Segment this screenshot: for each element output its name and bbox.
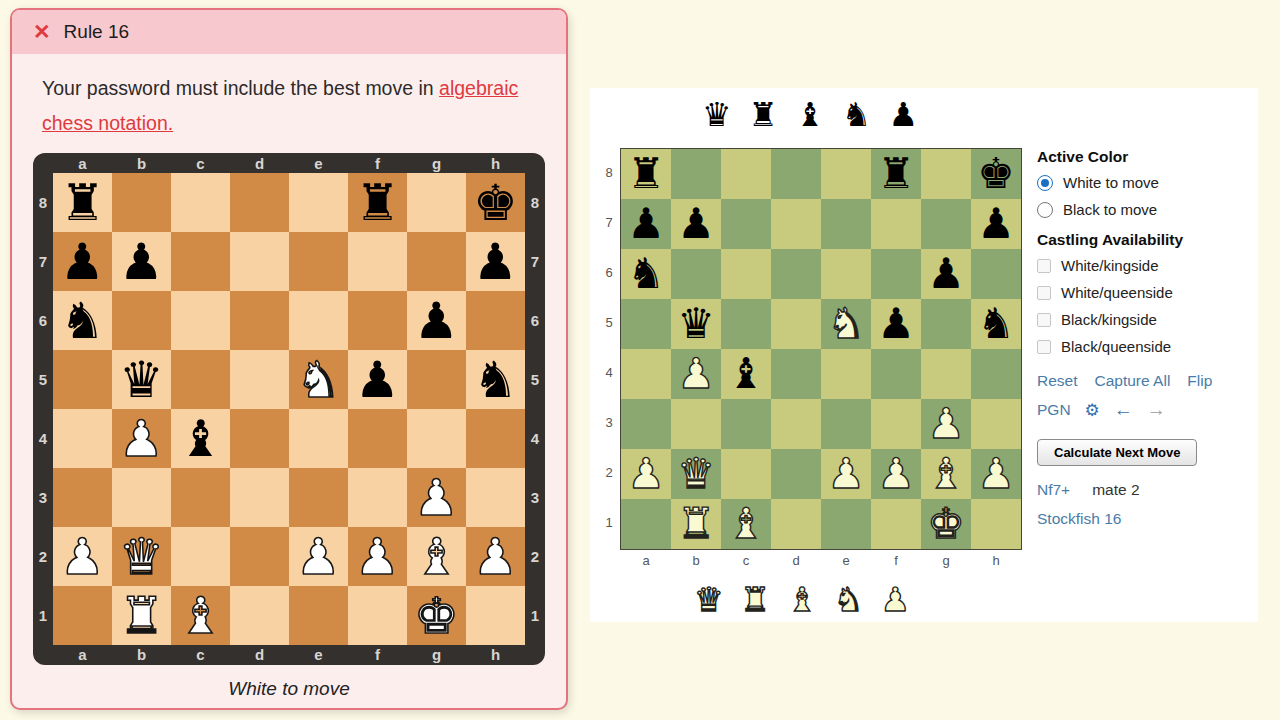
square-d8[interactable] <box>771 149 821 199</box>
square-c3[interactable] <box>721 399 771 449</box>
white-queen: ♛ <box>677 453 715 495</box>
coordinate-label: a <box>53 154 112 173</box>
square-a6: ♞ <box>53 291 112 350</box>
captured-white-tray: ♛♜♝♞♟ <box>694 583 910 616</box>
square-d6[interactable] <box>771 249 821 299</box>
square-d4 <box>230 409 289 468</box>
square-c5 <box>171 350 230 409</box>
square-b6[interactable] <box>671 249 721 299</box>
coordinate-label: 5 <box>602 298 616 348</box>
chess-editor-panel: ♛♜♝♞♟ ♜♜♚♟♟♟♞♟♛♞♟♞♟♝♟♟♛♟♟♝♟♜♝♚ 87654321a… <box>590 88 1258 622</box>
square-h2: ♟ <box>466 527 525 586</box>
black-queen: ♛ <box>119 355 164 405</box>
square-b3[interactable] <box>671 399 721 449</box>
square-f8: ♜ <box>348 173 407 232</box>
white-pawn: ♟ <box>877 453 915 495</box>
coordinate-label: h <box>971 553 1021 568</box>
square-c3 <box>171 468 230 527</box>
square-g4 <box>407 409 466 468</box>
radio-button-selected-icon[interactable] <box>1037 175 1053 191</box>
square-f5: ♟ <box>348 350 407 409</box>
square-b1[interactable]: ♜ <box>671 499 721 549</box>
checkbox-white-kingside[interactable]: White/kingside <box>1037 257 1259 274</box>
coordinate-label: 1 <box>33 586 53 645</box>
white-pawn: ♟ <box>355 532 400 582</box>
square-c1[interactable]: ♝ <box>721 499 771 549</box>
square-a7[interactable]: ♟ <box>621 199 671 249</box>
coordinate-label: 3 <box>602 398 616 448</box>
coordinate-label: d <box>230 154 289 173</box>
square-g2[interactable]: ♝ <box>921 449 971 499</box>
white-bishop: ♝ <box>178 591 223 641</box>
pgn-link[interactable]: PGN <box>1037 401 1071 419</box>
coordinate-label: g <box>921 553 971 568</box>
rule-text-prefix: Your password must include the best move… <box>42 77 439 99</box>
square-d5[interactable] <box>771 299 821 349</box>
square-b2[interactable]: ♛ <box>671 449 721 499</box>
radio-black-label: Black to move <box>1063 201 1157 218</box>
white-bishop: ♝ <box>927 453 965 495</box>
square-f3 <box>348 468 407 527</box>
coordinate-label: 6 <box>525 291 545 350</box>
square-a7: ♟ <box>53 232 112 291</box>
square-e8 <box>289 173 348 232</box>
square-g2: ♝ <box>407 527 466 586</box>
square-f7 <box>348 232 407 291</box>
checkbox-icon[interactable] <box>1037 313 1051 327</box>
best-move-link[interactable]: Nf7+ <box>1037 481 1070 499</box>
coordinate-label: h <box>466 154 525 173</box>
white-pawn: ♟ <box>119 414 164 464</box>
white-rook: ♜ <box>677 503 715 545</box>
square-h8: ♚ <box>466 173 525 232</box>
square-c7 <box>171 232 230 291</box>
coordinate-label: f <box>348 645 407 664</box>
black-bishop: ♝ <box>178 414 223 464</box>
white-knight: ♞ <box>296 355 341 405</box>
coordinate-label: d <box>771 553 821 568</box>
square-d6 <box>230 291 289 350</box>
white-pawn: ♟ <box>473 532 518 582</box>
coordinate-label: c <box>171 154 230 173</box>
black-pawn: ♟ <box>355 355 400 405</box>
square-h7[interactable]: ♟ <box>971 199 1021 249</box>
coordinate-label: 7 <box>33 232 53 291</box>
square-a1 <box>53 586 112 645</box>
coordinate-label: 2 <box>602 448 616 498</box>
square-h6[interactable] <box>971 249 1021 299</box>
square-g6: ♟ <box>407 291 466 350</box>
square-b3 <box>112 468 171 527</box>
engine-name-link[interactable]: Stockfish 16 <box>1037 510 1259 528</box>
square-c6 <box>171 291 230 350</box>
square-b5[interactable]: ♛ <box>671 299 721 349</box>
square-b6 <box>112 291 171 350</box>
square-d1[interactable] <box>771 499 821 549</box>
black-pawn: ♟ <box>677 203 715 245</box>
square-f1 <box>348 586 407 645</box>
square-d2[interactable] <box>771 449 821 499</box>
captured-black-pawn[interactable]: ♟ <box>888 98 918 131</box>
coordinate-label: 4 <box>33 409 53 468</box>
black-pawn: ♟ <box>627 203 665 245</box>
checkbox-icon[interactable] <box>1037 259 1051 273</box>
board-caption: White to move <box>12 678 566 700</box>
square-h3 <box>466 468 525 527</box>
coordinate-label: e <box>289 154 348 173</box>
square-b8[interactable] <box>671 149 721 199</box>
action-links: Reset Capture All Flip <box>1037 372 1259 390</box>
black-pawn: ♟ <box>473 237 518 287</box>
square-h1 <box>466 586 525 645</box>
coordinate-label: 3 <box>525 468 545 527</box>
square-d1 <box>230 586 289 645</box>
coordinate-label: 6 <box>33 291 53 350</box>
coordinate-label: 4 <box>525 409 545 468</box>
square-f6[interactable] <box>871 249 921 299</box>
white-king: ♚ <box>927 503 965 545</box>
square-e7[interactable] <box>821 199 871 249</box>
square-h4[interactable] <box>971 349 1021 399</box>
editor-board-wrap: ♜♜♚♟♟♟♞♟♛♞♟♞♟♝♟♟♛♟♟♝♟♜♝♚ 87654321abcdefg… <box>620 148 1022 550</box>
square-e5: ♞ <box>289 350 348 409</box>
white-king: ♚ <box>414 591 459 641</box>
gear-icon[interactable]: ⚙ <box>1085 400 1100 421</box>
rule-chess-board: ♜♜♚♟♟♟♞♟♛♞♟♞♟♝♟♟♛♟♟♝♟♜♝♚ <box>53 173 525 645</box>
square-b4[interactable]: ♟ <box>671 349 721 399</box>
white-bishop: ♝ <box>727 503 765 545</box>
coordinate-label: b <box>671 553 721 568</box>
square-g3: ♟ <box>407 468 466 527</box>
radio-black-to-move[interactable]: Black to move <box>1037 201 1259 218</box>
captured-white-queen[interactable]: ♛ <box>694 583 724 616</box>
square-d5 <box>230 350 289 409</box>
coordinate-label: e <box>821 553 871 568</box>
black-king: ♚ <box>977 153 1015 195</box>
coordinate-label: 5 <box>525 350 545 409</box>
square-f8[interactable]: ♜ <box>871 149 921 199</box>
square-g3[interactable]: ♟ <box>921 399 971 449</box>
white-bishop: ♝ <box>414 532 459 582</box>
square-b7[interactable]: ♟ <box>671 199 721 249</box>
square-g5 <box>407 350 466 409</box>
black-knight: ♞ <box>60 296 105 346</box>
black-rook: ♜ <box>877 153 915 195</box>
coordinate-label: c <box>721 553 771 568</box>
white-pawn: ♟ <box>414 473 459 523</box>
square-d7 <box>230 232 289 291</box>
square-e3 <box>289 468 348 527</box>
castling-heading: Castling Availability <box>1037 231 1259 249</box>
black-bishop: ♝ <box>727 353 765 395</box>
square-c6[interactable] <box>721 249 771 299</box>
black-king: ♚ <box>473 178 518 228</box>
square-d4[interactable] <box>771 349 821 399</box>
square-b1: ♜ <box>112 586 171 645</box>
black-pawn: ♟ <box>877 303 915 345</box>
square-b4: ♟ <box>112 409 171 468</box>
square-e4[interactable] <box>821 349 871 399</box>
white-queen: ♛ <box>119 532 164 582</box>
square-g7[interactable] <box>921 199 971 249</box>
flip-link[interactable]: Flip <box>1187 372 1212 390</box>
white-pawn: ♟ <box>827 453 865 495</box>
square-c5[interactable] <box>721 299 771 349</box>
white-pawn: ♟ <box>927 403 965 445</box>
white-pawn: ♟ <box>977 453 1015 495</box>
coordinate-label: a <box>53 645 112 664</box>
square-e7 <box>289 232 348 291</box>
square-c8 <box>171 173 230 232</box>
square-a3 <box>53 468 112 527</box>
square-a1[interactable] <box>621 499 671 549</box>
coordinate-label: 5 <box>33 350 53 409</box>
black-knight: ♞ <box>627 253 665 295</box>
white-rook: ♜ <box>119 591 164 641</box>
captured-white-pawn[interactable]: ♟ <box>880 583 910 616</box>
rule-board-frame: ♜♜♚♟♟♟♞♟♛♞♟♞♟♝♟♟♛♟♟♝♟♜♝♚ aabbccddeeffggh… <box>33 153 545 665</box>
square-d7[interactable] <box>771 199 821 249</box>
coordinate-label: 8 <box>33 173 53 232</box>
square-h1[interactable] <box>971 499 1021 549</box>
square-c7[interactable] <box>721 199 771 249</box>
black-rook: ♜ <box>355 178 400 228</box>
square-g5[interactable] <box>921 299 971 349</box>
captured-white-knight[interactable]: ♞ <box>834 583 864 616</box>
coordinate-label: e <box>289 645 348 664</box>
coordinate-label: c <box>171 645 230 664</box>
coordinate-label: 7 <box>602 198 616 248</box>
calculate-next-move-button[interactable]: Calculate Next Move <box>1037 439 1197 466</box>
square-a8: ♜ <box>53 173 112 232</box>
rule-card-header: ✕ Rule 16 <box>12 10 566 54</box>
square-h5: ♞ <box>466 350 525 409</box>
coordinate-label: 6 <box>602 248 616 298</box>
coordinate-label: 4 <box>602 348 616 398</box>
square-d8 <box>230 173 289 232</box>
undo-arrow-icon[interactable]: ← <box>1114 399 1133 421</box>
square-a8[interactable]: ♜ <box>621 149 671 199</box>
coordinate-label: 2 <box>33 527 53 586</box>
rule-card: ✕ Rule 16 Your password must include the… <box>10 8 568 710</box>
close-icon[interactable]: ✕ <box>33 20 51 44</box>
square-h5[interactable]: ♞ <box>971 299 1021 349</box>
square-a4 <box>53 409 112 468</box>
active-color-heading: Active Color <box>1037 148 1259 166</box>
black-rook: ♜ <box>627 153 665 195</box>
white-pawn: ♟ <box>677 353 715 395</box>
square-d3 <box>230 468 289 527</box>
checkbox-white-queenside[interactable]: White/queenside <box>1037 284 1259 301</box>
coordinate-label: g <box>407 645 466 664</box>
editor-controls: Active Color White to move Black to move… <box>1037 148 1259 528</box>
editor-chess-board: ♜♜♚♟♟♟♞♟♛♞♟♞♟♝♟♟♛♟♟♝♟♜♝♚ <box>620 148 1022 550</box>
coordinate-label: f <box>348 154 407 173</box>
black-pawn: ♟ <box>927 253 965 295</box>
radio-button-icon[interactable] <box>1037 202 1053 218</box>
pgn-row: PGN ⚙ ← → <box>1037 399 1259 421</box>
square-a6[interactable]: ♞ <box>621 249 671 299</box>
black-rook: ♜ <box>60 178 105 228</box>
checkbox-black-kingside[interactable]: Black/kingside <box>1037 311 1259 328</box>
square-e1 <box>289 586 348 645</box>
square-a2[interactable]: ♟ <box>621 449 671 499</box>
square-e1[interactable] <box>821 499 871 549</box>
square-f7[interactable] <box>871 199 921 249</box>
square-h2[interactable]: ♟ <box>971 449 1021 499</box>
square-f2: ♟ <box>348 527 407 586</box>
coordinate-label: 7 <box>525 232 545 291</box>
square-e8[interactable] <box>821 149 871 199</box>
white-pawn: ♟ <box>60 532 105 582</box>
square-e6[interactable] <box>821 249 871 299</box>
captured-black-queen[interactable]: ♛ <box>702 98 732 131</box>
square-h8[interactable]: ♚ <box>971 149 1021 199</box>
reset-link[interactable]: Reset <box>1037 372 1078 390</box>
black-pawn: ♟ <box>977 203 1015 245</box>
captured-black-rook[interactable]: ♜ <box>749 98 779 131</box>
square-f6 <box>348 291 407 350</box>
captured-black-knight[interactable]: ♞ <box>842 98 872 131</box>
square-a5 <box>53 350 112 409</box>
square-b2: ♛ <box>112 527 171 586</box>
square-g1[interactable]: ♚ <box>921 499 971 549</box>
square-a3[interactable] <box>621 399 671 449</box>
square-e6 <box>289 291 348 350</box>
checkbox-label: Black/queenside <box>1061 338 1171 355</box>
evaluation-text: mate 2 <box>1092 481 1139 499</box>
checkbox-label: White/kingside <box>1061 257 1159 274</box>
redo-arrow-icon[interactable]: → <box>1147 399 1166 421</box>
black-queen: ♛ <box>677 303 715 345</box>
coordinate-label: 2 <box>525 527 545 586</box>
square-c1: ♝ <box>171 586 230 645</box>
coordinate-label: 1 <box>602 498 616 548</box>
square-a2: ♟ <box>53 527 112 586</box>
coordinate-label: b <box>112 645 171 664</box>
square-d2 <box>230 527 289 586</box>
coordinate-label: 8 <box>602 148 616 198</box>
square-h4 <box>466 409 525 468</box>
white-pawn: ♟ <box>296 532 341 582</box>
black-pawn: ♟ <box>414 296 459 346</box>
captured-white-bishop[interactable]: ♝ <box>787 583 817 616</box>
square-b7: ♟ <box>112 232 171 291</box>
square-g7 <box>407 232 466 291</box>
coordinate-label: a <box>621 553 671 568</box>
checkbox-icon[interactable] <box>1037 340 1051 354</box>
checkbox-label: White/queenside <box>1061 284 1173 301</box>
square-h7: ♟ <box>466 232 525 291</box>
square-f5[interactable]: ♟ <box>871 299 921 349</box>
checkbox-label: Black/kingside <box>1061 311 1157 328</box>
capture-all-link[interactable]: Capture All <box>1095 372 1171 390</box>
square-g8[interactable] <box>921 149 971 199</box>
checkbox-icon[interactable] <box>1037 286 1051 300</box>
coordinate-label: 3 <box>33 468 53 527</box>
square-c2[interactable] <box>721 449 771 499</box>
square-g4[interactable] <box>921 349 971 399</box>
black-knight: ♞ <box>977 303 1015 345</box>
square-e2: ♟ <box>289 527 348 586</box>
square-g8 <box>407 173 466 232</box>
engine-result: Nf7+ mate 2 <box>1037 481 1259 499</box>
coordinate-label: 1 <box>525 586 545 645</box>
coordinate-label: d <box>230 645 289 664</box>
square-g6[interactable]: ♟ <box>921 249 971 299</box>
square-a5[interactable] <box>621 299 671 349</box>
coordinate-label: b <box>112 154 171 173</box>
coordinate-label: f <box>871 553 921 568</box>
square-b5: ♛ <box>112 350 171 409</box>
square-h3[interactable] <box>971 399 1021 449</box>
captured-white-rook[interactable]: ♜ <box>741 583 771 616</box>
white-knight: ♞ <box>827 303 865 345</box>
white-pawn: ♟ <box>627 453 665 495</box>
captured-black-bishop[interactable]: ♝ <box>795 98 825 131</box>
coordinate-label: 8 <box>525 173 545 232</box>
black-knight: ♞ <box>473 355 518 405</box>
square-f2[interactable]: ♟ <box>871 449 921 499</box>
square-e5[interactable]: ♞ <box>821 299 871 349</box>
square-e2[interactable]: ♟ <box>821 449 871 499</box>
square-c4[interactable]: ♝ <box>721 349 771 399</box>
square-g1: ♚ <box>407 586 466 645</box>
checkbox-black-queenside[interactable]: Black/queenside <box>1037 338 1259 355</box>
square-b8 <box>112 173 171 232</box>
coordinate-label: g <box>407 154 466 173</box>
square-a4[interactable] <box>621 349 671 399</box>
black-pawn: ♟ <box>119 237 164 287</box>
square-d3[interactable] <box>771 399 821 449</box>
square-c8[interactable] <box>721 149 771 199</box>
square-f4 <box>348 409 407 468</box>
captured-black-tray: ♛♜♝♞♟ <box>702 98 918 131</box>
radio-white-to-move[interactable]: White to move <box>1037 174 1259 191</box>
square-f3[interactable] <box>871 399 921 449</box>
square-e3[interactable] <box>821 399 871 449</box>
rule-text: Your password must include the best move… <box>42 71 536 141</box>
rule-title: Rule 16 <box>64 21 130 43</box>
square-c4: ♝ <box>171 409 230 468</box>
square-f1[interactable] <box>871 499 921 549</box>
square-e4 <box>289 409 348 468</box>
square-f4[interactable] <box>871 349 921 399</box>
square-c2 <box>171 527 230 586</box>
black-pawn: ♟ <box>60 237 105 287</box>
square-h6 <box>466 291 525 350</box>
coordinate-label: h <box>466 645 525 664</box>
radio-white-label: White to move <box>1063 174 1159 191</box>
